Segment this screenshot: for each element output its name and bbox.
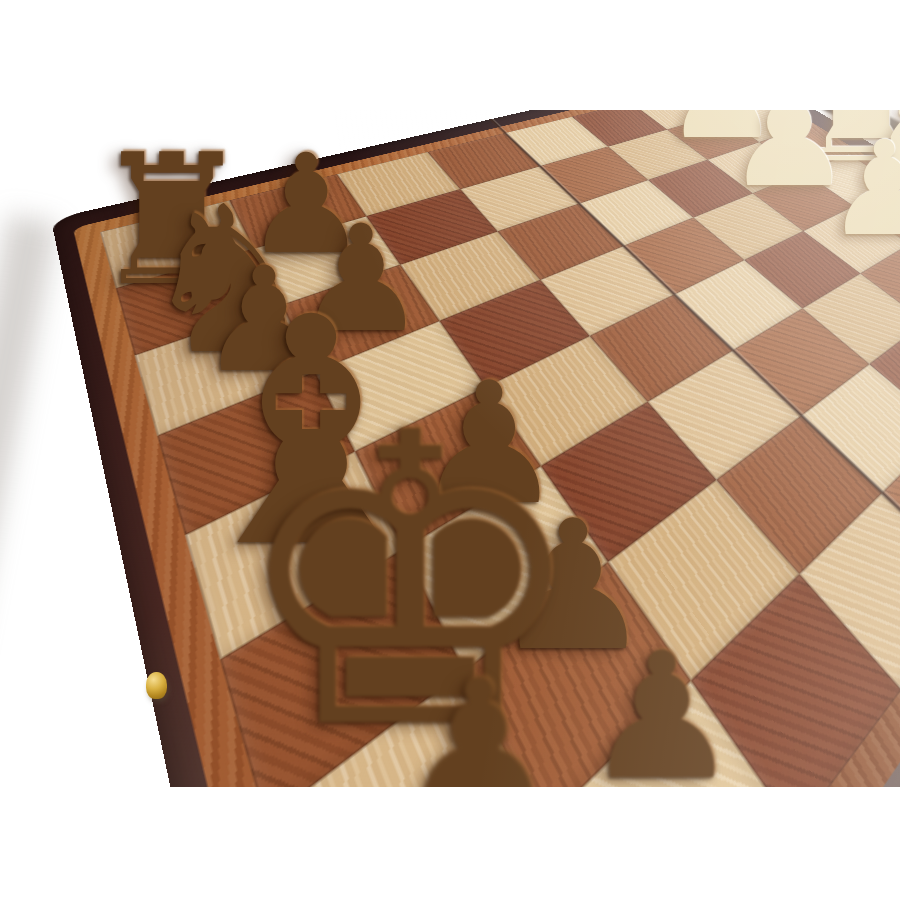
product-photo: ♜♞♟♟♟♝♟♚♟♟♟♟♟♜♟♞: [0, 0, 900, 900]
photo-crop-area: ♜♞♟♟♟♝♟♚♟♟♟♟♟♜♟♞: [0, 110, 900, 787]
dark-pawn-h3[interactable]: ♟: [575, 629, 750, 787]
light-pawn-c7[interactable]: ♟: [819, 124, 900, 255]
pieces-layer: ♜♞♟♟♟♝♟♚♟♟♟♟♟♜♟♞: [0, 110, 900, 787]
scene: ♜♞♟♟♟♝♟♚♟♟♟♟♟♜♟♞: [0, 110, 900, 787]
dark-pawn-f2[interactable]: ♟: [389, 656, 570, 787]
